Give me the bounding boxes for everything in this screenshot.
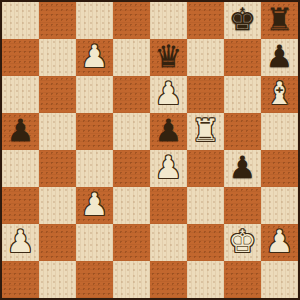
square-g6[interactable] [224, 76, 261, 113]
square-a5[interactable]: ♟ [2, 113, 39, 150]
square-e1[interactable] [150, 261, 187, 298]
square-g1[interactable] [224, 261, 261, 298]
square-b1[interactable] [39, 261, 76, 298]
piece-black-pawn[interactable]: ♟ [7, 115, 35, 146]
piece-black-rook[interactable]: ♜ [266, 4, 294, 35]
square-a4[interactable] [2, 150, 39, 187]
square-d8[interactable] [113, 2, 150, 39]
piece-black-queen[interactable]: ♛ [155, 41, 183, 72]
piece-white-bishop[interactable]: ♝ [266, 78, 294, 109]
square-g5[interactable] [224, 113, 261, 150]
square-f2[interactable] [187, 224, 224, 261]
square-c4[interactable] [76, 150, 113, 187]
piece-black-pawn[interactable]: ♟ [155, 115, 183, 146]
square-c3[interactable]: ♟ [76, 187, 113, 224]
square-a1[interactable] [2, 261, 39, 298]
square-e6[interactable]: ♟ [150, 76, 187, 113]
square-h7[interactable]: ♟ [261, 39, 298, 76]
square-a3[interactable] [2, 187, 39, 224]
square-e2[interactable] [150, 224, 187, 261]
square-h4[interactable] [261, 150, 298, 187]
piece-white-pawn[interactable]: ♟ [266, 226, 294, 257]
piece-white-pawn[interactable]: ♟ [7, 226, 35, 257]
square-b7[interactable] [39, 39, 76, 76]
square-f7[interactable] [187, 39, 224, 76]
square-h6[interactable]: ♝ [261, 76, 298, 113]
square-d6[interactable] [113, 76, 150, 113]
square-g8[interactable]: ♚ [224, 2, 261, 39]
square-h2[interactable]: ♟ [261, 224, 298, 261]
square-f4[interactable] [187, 150, 224, 187]
square-b5[interactable] [39, 113, 76, 150]
square-c5[interactable] [76, 113, 113, 150]
square-b8[interactable] [39, 2, 76, 39]
square-c7[interactable]: ♟ [76, 39, 113, 76]
square-a6[interactable] [2, 76, 39, 113]
piece-black-pawn[interactable]: ♟ [266, 41, 294, 72]
square-c1[interactable] [76, 261, 113, 298]
square-a7[interactable] [2, 39, 39, 76]
chess-board: ♚♜♟♛♟♟♝♟♟♜♟♟♟♟♚♟ [0, 0, 300, 300]
square-b6[interactable] [39, 76, 76, 113]
piece-white-pawn[interactable]: ♟ [155, 152, 183, 183]
square-e4[interactable]: ♟ [150, 150, 187, 187]
square-c8[interactable] [76, 2, 113, 39]
square-d1[interactable] [113, 261, 150, 298]
square-f5[interactable]: ♜ [187, 113, 224, 150]
piece-white-pawn[interactable]: ♟ [81, 41, 109, 72]
square-h5[interactable] [261, 113, 298, 150]
square-f8[interactable] [187, 2, 224, 39]
piece-white-rook[interactable]: ♜ [192, 115, 220, 146]
square-h3[interactable] [261, 187, 298, 224]
square-e5[interactable]: ♟ [150, 113, 187, 150]
square-a2[interactable]: ♟ [2, 224, 39, 261]
square-f3[interactable] [187, 187, 224, 224]
square-c2[interactable] [76, 224, 113, 261]
chess-board-window: ♚♜♟♛♟♟♝♟♟♜♟♟♟♟♚♟ [0, 0, 300, 300]
square-b2[interactable] [39, 224, 76, 261]
square-h8[interactable]: ♜ [261, 2, 298, 39]
square-a8[interactable] [2, 2, 39, 39]
square-g2[interactable]: ♚ [224, 224, 261, 261]
piece-white-king[interactable]: ♚ [229, 226, 257, 257]
square-f1[interactable] [187, 261, 224, 298]
square-f6[interactable] [187, 76, 224, 113]
square-g7[interactable] [224, 39, 261, 76]
piece-black-pawn[interactable]: ♟ [229, 152, 257, 183]
square-e3[interactable] [150, 187, 187, 224]
square-c6[interactable] [76, 76, 113, 113]
square-d5[interactable] [113, 113, 150, 150]
square-e8[interactable] [150, 2, 187, 39]
square-d3[interactable] [113, 187, 150, 224]
piece-white-pawn[interactable]: ♟ [81, 189, 109, 220]
square-d4[interactable] [113, 150, 150, 187]
square-d7[interactable] [113, 39, 150, 76]
square-e7[interactable]: ♛ [150, 39, 187, 76]
piece-black-king[interactable]: ♚ [229, 4, 257, 35]
piece-white-pawn[interactable]: ♟ [155, 78, 183, 109]
square-g3[interactable] [224, 187, 261, 224]
square-d2[interactable] [113, 224, 150, 261]
square-g4[interactable]: ♟ [224, 150, 261, 187]
square-b3[interactable] [39, 187, 76, 224]
square-b4[interactable] [39, 150, 76, 187]
square-h1[interactable] [261, 261, 298, 298]
